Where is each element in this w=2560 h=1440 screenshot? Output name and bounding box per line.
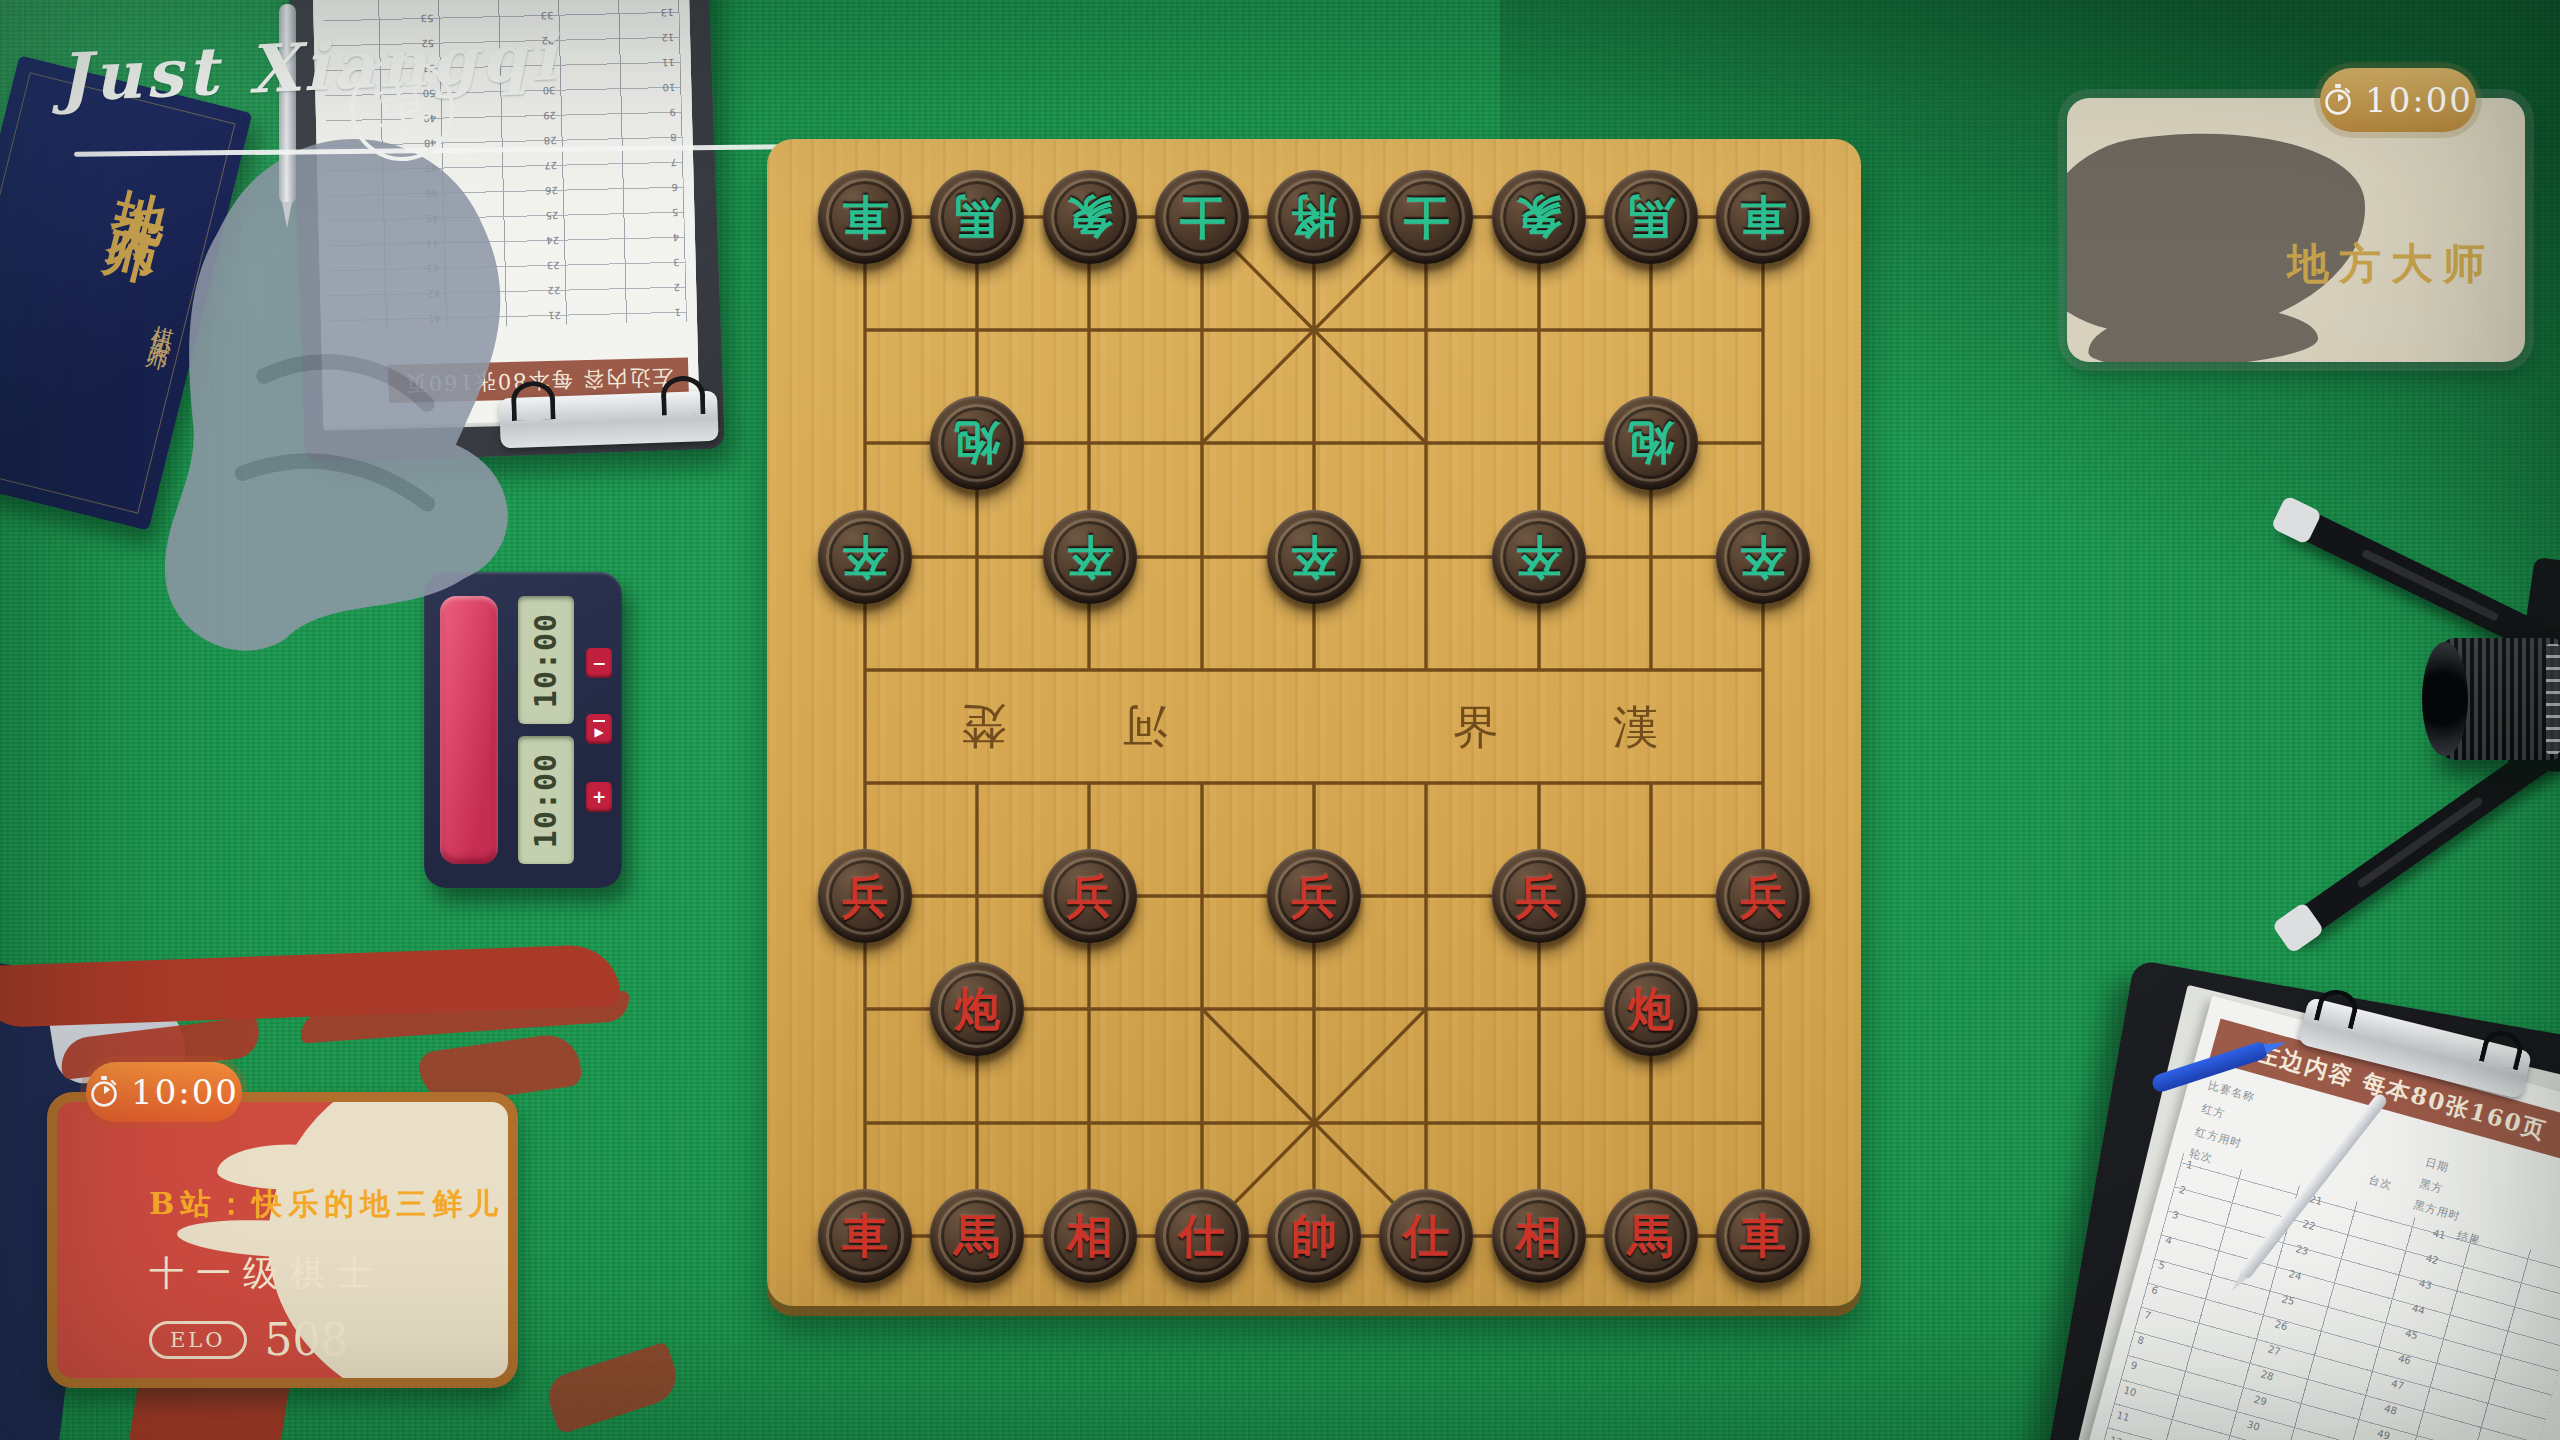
piece-glyph: 卒 [1291,510,1337,604]
sheet-row-number: 5 [672,207,679,218]
sheet-row-number: 11 [662,57,675,68]
piece-glyph: 相 [1067,1189,1113,1283]
piece-glyph: 馬 [1628,1189,1674,1283]
piece-green-卒[interactable]: 卒 [1267,510,1361,604]
sheet-row-number: 9 [669,107,676,118]
sheet-row-number: 8 [670,132,677,143]
river-label-jie: 界 [1453,700,1499,754]
player-card-bottom: B站：快乐的地三鲜儿 十一级棋士 ELO 508 [47,1092,518,1388]
sheet-row-number: 3 [673,257,680,268]
sheet-header-field: 台次 [2367,1172,2394,1193]
sheet-row-number: 7 [671,157,678,168]
player-bottom-time: 10:00 [131,1072,239,1112]
piece-green-卒[interactable]: 卒 [1043,510,1137,604]
logo-badge-char: 車 [368,67,436,152]
piece-green-士[interactable]: 士 [1155,170,1249,264]
piece-glyph: 車 [1740,1189,1786,1283]
piece-glyph: 馬 [1628,170,1674,264]
piece-red-炮[interactable]: 炮 [930,962,1024,1056]
piece-green-馬[interactable]: 馬 [930,170,1024,264]
piece-red-兵[interactable]: 兵 [1267,849,1361,943]
piece-red-車[interactable]: 車 [1716,1189,1810,1283]
player-bottom-elo: 508 [265,1314,349,1365]
hand-illustration [98,97,598,740]
sheet-row-number: 1 [674,307,681,318]
player-bottom-clock: 10:00 [86,1062,242,1122]
piece-green-車[interactable]: 車 [1716,170,1810,264]
piece-red-車[interactable]: 車 [818,1189,912,1283]
piece-green-卒[interactable]: 卒 [1492,510,1586,604]
piece-glyph: 兵 [1291,849,1337,943]
clock-lcd-bottom-value: 10:00 [529,752,564,847]
piece-glyph: 馬 [954,1189,1000,1283]
piece-glyph: 卒 [1740,510,1786,604]
sheet-row-number: 12 [661,32,674,43]
xiangqi-board[interactable]: 楚 河 界 漢 車馬象士將士象馬車炮炮卒卒卒卒卒兵兵兵兵兵炮炮車馬相仕帥仕相馬車 [767,139,1861,1306]
player-top-name: 地方大师 [2287,236,2495,292]
piece-glyph: 帥 [1291,1189,1337,1283]
elo-badge: ELO [149,1321,247,1359]
piece-glyph: 士 [1179,170,1225,264]
sheet-header-field: 比赛名称 [2206,1078,2256,1105]
player-bottom-title: 十一级棋士 [149,1250,384,1297]
piece-glyph: 卒 [842,510,888,604]
piece-glyph: 仕 [1179,1189,1225,1283]
piece-red-相[interactable]: 相 [1492,1189,1586,1283]
piece-glyph: 兵 [1740,849,1786,943]
sheet-header-field: 红方 [2200,1101,2227,1122]
river-label-chu: 楚 [961,700,1007,754]
piece-green-炮[interactable]: 炮 [930,396,1024,490]
piece-red-馬[interactable]: 馬 [1604,1189,1698,1283]
piece-glyph: 炮 [1628,396,1674,490]
clock-minus-button: − [586,648,612,678]
sheet-row-number: 4 [672,232,679,243]
piece-glyph: 炮 [954,962,1000,1056]
sheet-row-number: 6 [671,182,678,193]
piece-glyph: 兵 [1516,849,1562,943]
stopwatch-icon [89,1075,119,1109]
piece-red-仕[interactable]: 仕 [1155,1189,1249,1283]
piece-red-馬[interactable]: 馬 [930,1189,1024,1283]
sheet-row-number: 29 [543,110,556,121]
sheet-header-field: 黑方 [2418,1176,2445,1197]
piece-red-炮[interactable]: 炮 [1604,962,1698,1056]
piece-green-卒[interactable]: 卒 [818,510,912,604]
river-label-he: 河 [1122,700,1168,754]
piece-red-兵[interactable]: 兵 [1043,849,1137,943]
piece-glyph: 兵 [842,849,888,943]
play-pause-icon: ▶ [594,725,603,739]
player-card-top: 地方大师 棋协大师 2250 ELO [2067,98,2525,362]
player-bottom-name: B站：快乐的地三鲜儿 [149,1184,504,1225]
player-top-time: 10:00 [2365,80,2473,120]
piece-red-兵[interactable]: 兵 [818,849,912,943]
piece-glyph: 相 [1516,1189,1562,1283]
piece-glyph: 象 [1516,170,1562,264]
board-grid: 楚 河 界 漢 [767,139,1861,1306]
piece-glyph: 馬 [954,170,1000,264]
piece-green-士[interactable]: 士 [1379,170,1473,264]
clock-play-pause-button: ▶ [586,714,612,744]
sheet-row-number: 10 [662,82,675,93]
sheet-row-number: 49 [2376,1428,2391,1440]
piece-green-象[interactable]: 象 [1492,170,1586,264]
sheet-row-number: 13 [661,7,674,18]
piece-glyph: 卒 [1067,510,1113,604]
brush-stroke-gray [2067,115,2377,348]
piece-green-象[interactable]: 象 [1043,170,1137,264]
clock-lcd-bottom: 10:00 [518,736,574,864]
piece-green-馬[interactable]: 馬 [1604,170,1698,264]
sheet-row-number: 2 [674,282,681,293]
piece-glyph: 兵 [1067,849,1113,943]
sheet-header-field: 日期 [2424,1155,2451,1176]
piece-glyph: 士 [1403,170,1449,264]
piece-red-仕[interactable]: 仕 [1379,1189,1473,1283]
piece-glyph: 車 [1740,170,1786,264]
piece-red-兵[interactable]: 兵 [1716,849,1810,943]
piece-glyph: 卒 [1516,510,1562,604]
piece-green-車[interactable]: 車 [818,170,912,264]
piece-glyph: 車 [842,170,888,264]
piece-glyph: 車 [842,1189,888,1283]
camera-lens [2438,638,2560,760]
piece-red-兵[interactable]: 兵 [1492,849,1586,943]
piece-red-帥[interactable]: 帥 [1267,1189,1361,1283]
piece-red-相[interactable]: 相 [1043,1189,1137,1283]
player-top-title: 棋协大师 [2347,306,2495,346]
player-top-clock: 10:00 [2320,68,2476,132]
stopwatch-icon [2323,83,2353,117]
piece-glyph: 炮 [954,396,1000,490]
river-label-han: 漢 [1613,700,1659,754]
piece-green-卒[interactable]: 卒 [1716,510,1810,604]
piece-green-將[interactable]: 將 [1267,170,1361,264]
piece-glyph: 仕 [1403,1189,1449,1283]
piece-green-炮[interactable]: 炮 [1604,396,1698,490]
piece-glyph: 炮 [1628,962,1674,1056]
piece-glyph: 象 [1067,170,1113,264]
clock-plus-button: + [586,782,612,812]
piece-glyph: 將 [1291,170,1337,264]
